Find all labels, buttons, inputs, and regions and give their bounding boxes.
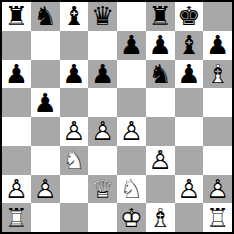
white-pawn-outline: ♙ <box>175 175 204 204</box>
square-b2[interactable]: ♟♙ <box>31 175 60 204</box>
square-b3[interactable] <box>31 146 60 175</box>
white-knight: ♞♘ <box>60 146 89 175</box>
white-queen: ♛♕ <box>88 175 117 204</box>
black-pawn: ♟ <box>31 88 60 117</box>
black-bishop: ♝ <box>60 2 89 31</box>
square-e4[interactable]: ♟♙ <box>117 117 146 146</box>
square-c6[interactable]: ♟ <box>60 60 89 89</box>
white-pawn: ♟♙ <box>2 175 31 204</box>
square-h6[interactable]: ♝♗ <box>203 60 232 89</box>
black-knight: ♞ <box>31 2 60 31</box>
square-c2[interactable] <box>60 175 89 204</box>
white-pawn-outline: ♙ <box>117 117 146 146</box>
white-rook-outline: ♖ <box>2 203 31 232</box>
black-rook: ♜ <box>2 2 31 31</box>
white-knight-outline: ♘ <box>117 175 146 204</box>
square-a1[interactable]: ♜♖ <box>2 203 31 232</box>
square-g7[interactable]: ♝ <box>175 31 204 60</box>
square-h1[interactable]: ♜♖ <box>203 203 232 232</box>
square-c8[interactable]: ♝ <box>60 2 89 31</box>
square-c7[interactable] <box>60 31 89 60</box>
white-pawn: ♟♙ <box>175 175 204 204</box>
square-d8[interactable]: ♛ <box>88 2 117 31</box>
square-b1[interactable] <box>31 203 60 232</box>
black-pawn: ♟ <box>203 31 232 60</box>
square-a4[interactable] <box>2 117 31 146</box>
square-h7[interactable]: ♟ <box>203 31 232 60</box>
square-e1[interactable]: ♚♔ <box>117 203 146 232</box>
white-pawn-outline: ♙ <box>146 146 175 175</box>
square-g4[interactable] <box>175 117 204 146</box>
square-f4[interactable] <box>146 117 175 146</box>
square-a5[interactable] <box>2 88 31 117</box>
square-g8[interactable]: ♚ <box>175 2 204 31</box>
square-f5[interactable] <box>146 88 175 117</box>
white-pawn: ♟♙ <box>88 117 117 146</box>
chess-board: ♜♞♝♛♜♚♟♟♝♟♟♟♟♞♟♝♗♟♟♙♟♙♟♙♞♘♟♙♟♙♟♙♛♕♞♘♟♙♟♙… <box>0 0 234 234</box>
white-bishop: ♝♗ <box>146 203 175 232</box>
square-d3[interactable] <box>88 146 117 175</box>
square-f2[interactable] <box>146 175 175 204</box>
square-f7[interactable]: ♟ <box>146 31 175 60</box>
white-pawn-outline: ♙ <box>88 117 117 146</box>
square-g1[interactable] <box>175 203 204 232</box>
white-rook: ♜♖ <box>203 203 232 232</box>
square-f8[interactable]: ♜ <box>146 2 175 31</box>
black-rook: ♜ <box>146 2 175 31</box>
square-h5[interactable] <box>203 88 232 117</box>
square-a8[interactable]: ♜ <box>2 2 31 31</box>
square-c1[interactable] <box>60 203 89 232</box>
white-pawn: ♟♙ <box>117 117 146 146</box>
black-pawn: ♟ <box>60 60 89 89</box>
black-pawn: ♟ <box>88 60 117 89</box>
square-b5[interactable]: ♟ <box>31 88 60 117</box>
white-knight: ♞♘ <box>117 175 146 204</box>
white-bishop-outline: ♗ <box>146 203 175 232</box>
white-knight-outline: ♘ <box>60 146 89 175</box>
white-pawn: ♟♙ <box>146 146 175 175</box>
square-f3[interactable]: ♟♙ <box>146 146 175 175</box>
square-g6[interactable]: ♟ <box>175 60 204 89</box>
white-king-outline: ♔ <box>117 203 146 232</box>
black-knight: ♞ <box>146 60 175 89</box>
square-e7[interactable]: ♟ <box>117 31 146 60</box>
square-g2[interactable]: ♟♙ <box>175 175 204 204</box>
square-a3[interactable] <box>2 146 31 175</box>
square-f1[interactable]: ♝♗ <box>146 203 175 232</box>
square-b4[interactable] <box>31 117 60 146</box>
white-bishop: ♝♗ <box>203 60 232 89</box>
black-pawn: ♟ <box>175 60 204 89</box>
white-king: ♚♔ <box>117 203 146 232</box>
square-e3[interactable] <box>117 146 146 175</box>
white-pawn: ♟♙ <box>60 117 89 146</box>
square-e5[interactable] <box>117 88 146 117</box>
white-pawn-outline: ♙ <box>203 175 232 204</box>
square-h8[interactable] <box>203 2 232 31</box>
square-h3[interactable] <box>203 146 232 175</box>
square-h4[interactable] <box>203 117 232 146</box>
black-king: ♚ <box>175 2 204 31</box>
black-pawn: ♟ <box>146 31 175 60</box>
square-d6[interactable]: ♟ <box>88 60 117 89</box>
square-e8[interactable] <box>117 2 146 31</box>
square-d1[interactable] <box>88 203 117 232</box>
square-b8[interactable]: ♞ <box>31 2 60 31</box>
white-pawn: ♟♙ <box>203 175 232 204</box>
black-pawn: ♟ <box>2 60 31 89</box>
white-queen-outline: ♕ <box>88 175 117 204</box>
square-h2[interactable]: ♟♙ <box>203 175 232 204</box>
white-rook: ♜♖ <box>2 203 31 232</box>
white-pawn: ♟♙ <box>31 175 60 204</box>
square-f6[interactable]: ♞ <box>146 60 175 89</box>
white-pawn-outline: ♙ <box>31 175 60 204</box>
white-bishop-outline: ♗ <box>203 60 232 89</box>
square-d2[interactable]: ♛♕ <box>88 175 117 204</box>
square-d5[interactable] <box>88 88 117 117</box>
square-a7[interactable] <box>2 31 31 60</box>
square-c3[interactable]: ♞♘ <box>60 146 89 175</box>
square-b7[interactable] <box>31 31 60 60</box>
black-queen: ♛ <box>88 2 117 31</box>
square-d7[interactable] <box>88 31 117 60</box>
square-g5[interactable] <box>175 88 204 117</box>
square-a6[interactable]: ♟ <box>2 60 31 89</box>
square-c5[interactable] <box>60 88 89 117</box>
white-pawn-outline: ♙ <box>2 175 31 204</box>
white-rook-outline: ♖ <box>203 203 232 232</box>
square-e2[interactable]: ♞♘ <box>117 175 146 204</box>
black-pawn: ♟ <box>117 31 146 60</box>
square-e6[interactable] <box>117 60 146 89</box>
square-c4[interactable]: ♟♙ <box>60 117 89 146</box>
square-a2[interactable]: ♟♙ <box>2 175 31 204</box>
square-b6[interactable] <box>31 60 60 89</box>
black-bishop: ♝ <box>175 31 204 60</box>
square-d4[interactable]: ♟♙ <box>88 117 117 146</box>
white-pawn-outline: ♙ <box>60 117 89 146</box>
square-g3[interactable] <box>175 146 204 175</box>
